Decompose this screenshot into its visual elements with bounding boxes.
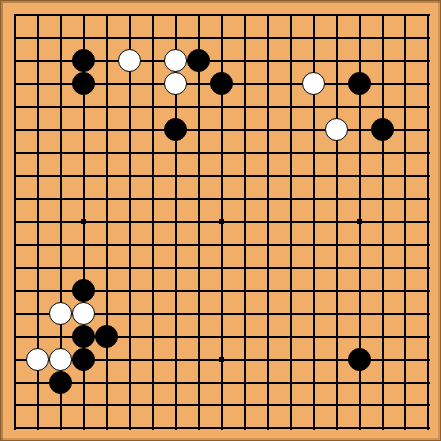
black-stone[interactable] <box>72 49 95 72</box>
white-stone[interactable] <box>164 49 187 72</box>
white-stone[interactable] <box>49 348 72 371</box>
black-stone[interactable] <box>72 348 95 371</box>
black-stone[interactable] <box>72 72 95 95</box>
go-board <box>0 0 441 441</box>
black-stone[interactable] <box>348 348 371 371</box>
white-stone[interactable] <box>49 302 72 325</box>
white-stone[interactable] <box>118 49 141 72</box>
white-stone[interactable] <box>72 302 95 325</box>
star-point <box>219 357 224 362</box>
black-stone[interactable] <box>164 118 187 141</box>
star-point <box>81 219 86 224</box>
black-stone[interactable] <box>210 72 233 95</box>
white-stone[interactable] <box>26 348 49 371</box>
black-stone[interactable] <box>72 325 95 348</box>
black-stone[interactable] <box>95 325 118 348</box>
black-stone[interactable] <box>187 49 210 72</box>
white-stone[interactable] <box>325 118 348 141</box>
go-board-grid[interactable] <box>1 1 441 441</box>
white-stone[interactable] <box>302 72 325 95</box>
star-point <box>219 219 224 224</box>
star-point <box>357 219 362 224</box>
black-stone[interactable] <box>49 371 72 394</box>
black-stone[interactable] <box>371 118 394 141</box>
white-stone[interactable] <box>164 72 187 95</box>
black-stone[interactable] <box>72 279 95 302</box>
black-stone[interactable] <box>348 72 371 95</box>
